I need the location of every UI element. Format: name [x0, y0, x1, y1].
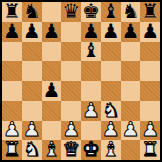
- white-pawn[interactable]: ♟: [3, 121, 21, 140]
- black-knight[interactable]: ♞: [23, 2, 41, 21]
- square-b6[interactable]: [22, 42, 42, 62]
- square-d1[interactable]: ♛: [61, 140, 81, 160]
- square-f6[interactable]: [101, 42, 121, 62]
- square-f4[interactable]: [101, 81, 121, 101]
- square-b2[interactable]: ♟: [22, 121, 42, 141]
- square-a5[interactable]: [2, 61, 22, 81]
- white-rook[interactable]: ♜: [3, 140, 21, 159]
- white-pawn[interactable]: ♟: [82, 101, 100, 120]
- square-f2[interactable]: ♟: [101, 121, 121, 141]
- square-d4[interactable]: [61, 81, 81, 101]
- black-queen[interactable]: ♛: [62, 2, 80, 21]
- square-f5[interactable]: [101, 61, 121, 81]
- white-knight[interactable]: ♞: [102, 101, 120, 120]
- black-pawn[interactable]: ♟: [23, 22, 41, 41]
- chess-board: ♜♞♛♚♝♞♜♟♟♟♟♟♟♟♝♟♟♞♟♟♟♟♟♟♜♞♝♛♚♝♜: [0, 0, 162, 162]
- square-e4[interactable]: [81, 81, 101, 101]
- white-pawn[interactable]: ♟: [121, 121, 139, 140]
- square-d8[interactable]: ♛: [61, 2, 81, 22]
- white-pawn[interactable]: ♟: [23, 121, 41, 140]
- square-d2[interactable]: ♟: [61, 121, 81, 141]
- square-f8[interactable]: ♝: [101, 2, 121, 22]
- square-h3[interactable]: [140, 101, 160, 121]
- white-pawn[interactable]: ♟: [141, 121, 159, 140]
- square-e6[interactable]: ♝: [81, 42, 101, 62]
- square-a6[interactable]: [2, 42, 22, 62]
- white-pawn[interactable]: ♟: [102, 121, 120, 140]
- square-e2[interactable]: [81, 121, 101, 141]
- black-pawn[interactable]: ♟: [82, 22, 100, 41]
- white-king[interactable]: ♚: [82, 140, 100, 159]
- square-c4[interactable]: ♟: [42, 81, 62, 101]
- square-h6[interactable]: [140, 42, 160, 62]
- black-bishop[interactable]: ♝: [82, 42, 100, 61]
- black-pawn[interactable]: ♟: [42, 22, 60, 41]
- white-bishop[interactable]: ♝: [102, 140, 120, 159]
- square-e1[interactable]: ♚: [81, 140, 101, 160]
- square-a2[interactable]: ♟: [2, 121, 22, 141]
- black-pawn[interactable]: ♟: [121, 22, 139, 41]
- square-c1[interactable]: ♝: [42, 140, 62, 160]
- square-b1[interactable]: ♞: [22, 140, 42, 160]
- square-a8[interactable]: ♜: [2, 2, 22, 22]
- white-bishop[interactable]: ♝: [42, 140, 60, 159]
- square-b7[interactable]: ♟: [22, 22, 42, 42]
- square-g4[interactable]: [121, 81, 141, 101]
- square-b8[interactable]: ♞: [22, 2, 42, 22]
- square-b5[interactable]: [22, 61, 42, 81]
- square-d7[interactable]: [61, 22, 81, 42]
- white-pawn[interactable]: ♟: [62, 121, 80, 140]
- black-pawn[interactable]: ♟: [3, 22, 21, 41]
- black-king[interactable]: ♚: [82, 2, 100, 21]
- square-h4[interactable]: [140, 81, 160, 101]
- square-c8[interactable]: [42, 2, 62, 22]
- square-h5[interactable]: [140, 61, 160, 81]
- square-g7[interactable]: ♟: [121, 22, 141, 42]
- square-h7[interactable]: ♟: [140, 22, 160, 42]
- white-knight[interactable]: ♞: [23, 140, 41, 159]
- square-h8[interactable]: ♜: [140, 2, 160, 22]
- square-h1[interactable]: ♜: [140, 140, 160, 160]
- square-e5[interactable]: [81, 61, 101, 81]
- square-g5[interactable]: [121, 61, 141, 81]
- chess-board-window: ♜♞♛♚♝♞♜♟♟♟♟♟♟♟♝♟♟♞♟♟♟♟♟♟♜♞♝♛♚♝♜: [0, 0, 162, 162]
- black-pawn[interactable]: ♟: [141, 22, 159, 41]
- square-d5[interactable]: [61, 61, 81, 81]
- square-a4[interactable]: [2, 81, 22, 101]
- square-c5[interactable]: [42, 61, 62, 81]
- square-a7[interactable]: ♟: [2, 22, 22, 42]
- square-b4[interactable]: [22, 81, 42, 101]
- square-d6[interactable]: [61, 42, 81, 62]
- square-c6[interactable]: [42, 42, 62, 62]
- square-e8[interactable]: ♚: [81, 2, 101, 22]
- square-h2[interactable]: ♟: [140, 121, 160, 141]
- square-f3[interactable]: ♞: [101, 101, 121, 121]
- square-d3[interactable]: [61, 101, 81, 121]
- square-c2[interactable]: [42, 121, 62, 141]
- black-rook[interactable]: ♜: [141, 2, 159, 21]
- square-f7[interactable]: ♟: [101, 22, 121, 42]
- square-g8[interactable]: ♞: [121, 2, 141, 22]
- black-pawn[interactable]: ♟: [102, 22, 120, 41]
- square-b3[interactable]: [22, 101, 42, 121]
- black-knight[interactable]: ♞: [121, 2, 139, 21]
- square-g6[interactable]: [121, 42, 141, 62]
- square-c7[interactable]: ♟: [42, 22, 62, 42]
- black-rook[interactable]: ♜: [3, 2, 21, 21]
- square-f1[interactable]: ♝: [101, 140, 121, 160]
- square-e7[interactable]: ♟: [81, 22, 101, 42]
- square-a3[interactable]: [2, 101, 22, 121]
- square-c3[interactable]: [42, 101, 62, 121]
- white-rook[interactable]: ♜: [141, 140, 159, 159]
- black-bishop[interactable]: ♝: [102, 2, 120, 21]
- white-queen[interactable]: ♛: [62, 140, 80, 159]
- square-g1[interactable]: [121, 140, 141, 160]
- square-e3[interactable]: ♟: [81, 101, 101, 121]
- square-g3[interactable]: [121, 101, 141, 121]
- square-a1[interactable]: ♜: [2, 140, 22, 160]
- black-pawn[interactable]: ♟: [42, 81, 60, 100]
- square-g2[interactable]: ♟: [121, 121, 141, 141]
